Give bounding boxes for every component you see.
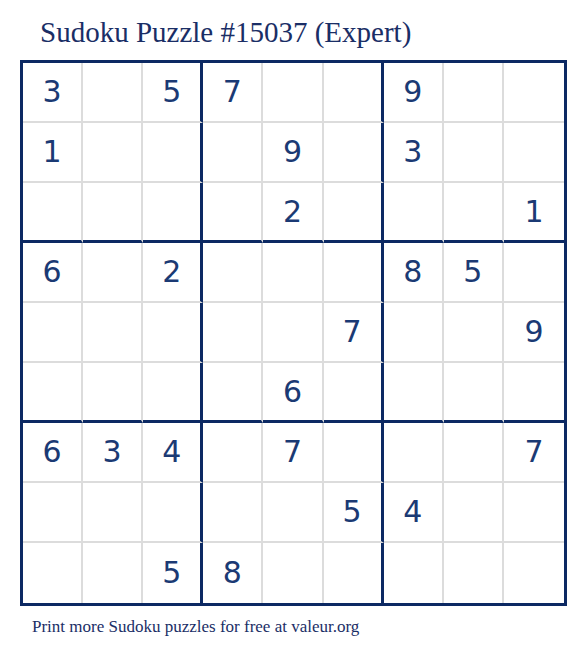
sudoku-cell-r9c3: 5 xyxy=(143,543,203,603)
sudoku-cell-r4c6 xyxy=(324,243,384,303)
sudoku-cell-r1c3: 5 xyxy=(143,63,203,123)
sudoku-cell-r7c2: 3 xyxy=(83,423,143,483)
sudoku-cell-r6c5: 6 xyxy=(263,363,323,423)
sudoku-cell-r4c1: 6 xyxy=(23,243,83,303)
sudoku-cell-r1c2 xyxy=(83,63,143,123)
sudoku-cell-r3c7 xyxy=(384,183,444,243)
sudoku-cell-r4c4 xyxy=(203,243,263,303)
sudoku-cell-r7c9: 7 xyxy=(504,423,564,483)
sudoku-cell-r9c4: 8 xyxy=(203,543,263,603)
sudoku-cell-r7c6 xyxy=(324,423,384,483)
sudoku-cell-r3c6 xyxy=(324,183,384,243)
sudoku-cell-r7c4 xyxy=(203,423,263,483)
sudoku-cell-r7c1: 6 xyxy=(23,423,83,483)
sudoku-cell-r9c9 xyxy=(504,543,564,603)
sudoku-cell-r3c1 xyxy=(23,183,83,243)
sudoku-cell-r7c5: 7 xyxy=(263,423,323,483)
sudoku-cell-r4c2 xyxy=(83,243,143,303)
sudoku-cell-r9c6 xyxy=(324,543,384,603)
sudoku-cell-r4c9 xyxy=(504,243,564,303)
sudoku-cell-r8c8 xyxy=(444,483,504,543)
sudoku-cell-r8c3 xyxy=(143,483,203,543)
sudoku-cell-r5c7 xyxy=(384,303,444,363)
sudoku-cell-r7c8 xyxy=(444,423,504,483)
sudoku-cell-r8c4 xyxy=(203,483,263,543)
sudoku-cell-r2c1: 1 xyxy=(23,123,83,183)
sudoku-cell-r6c8 xyxy=(444,363,504,423)
sudoku-cell-r2c8 xyxy=(444,123,504,183)
sudoku-cell-r5c4 xyxy=(203,303,263,363)
sudoku-cell-r8c6: 5 xyxy=(324,483,384,543)
sudoku-cell-r4c7: 8 xyxy=(384,243,444,303)
sudoku-cell-r1c6 xyxy=(324,63,384,123)
sudoku-cell-r6c7 xyxy=(384,363,444,423)
sudoku-cell-r6c3 xyxy=(143,363,203,423)
sudoku-cell-r3c4 xyxy=(203,183,263,243)
sudoku-cell-r9c2 xyxy=(83,543,143,603)
sudoku-grid: 3579193216285796634775458 xyxy=(20,60,567,606)
sudoku-cell-r4c8: 5 xyxy=(444,243,504,303)
sudoku-cell-r6c4 xyxy=(203,363,263,423)
sudoku-cell-r7c7 xyxy=(384,423,444,483)
sudoku-cell-r5c1 xyxy=(23,303,83,363)
footer-text: Print more Sudoku puzzles for free at va… xyxy=(32,617,359,637)
sudoku-cell-r3c8 xyxy=(444,183,504,243)
sudoku-cell-r8c2 xyxy=(83,483,143,543)
sudoku-cell-r5c9: 9 xyxy=(504,303,564,363)
sudoku-cell-r2c5: 9 xyxy=(263,123,323,183)
sudoku-cell-r9c8 xyxy=(444,543,504,603)
sudoku-cell-r1c1: 3 xyxy=(23,63,83,123)
sudoku-cell-r6c9 xyxy=(504,363,564,423)
sudoku-cell-r8c7: 4 xyxy=(384,483,444,543)
sudoku-cell-r1c5 xyxy=(263,63,323,123)
sudoku-cell-r7c3: 4 xyxy=(143,423,203,483)
sudoku-cell-r5c8 xyxy=(444,303,504,363)
sudoku-cell-r5c2 xyxy=(83,303,143,363)
sudoku-cell-r9c7 xyxy=(384,543,444,603)
sudoku-cell-r4c3: 2 xyxy=(143,243,203,303)
sudoku-cell-r2c6 xyxy=(324,123,384,183)
sudoku-cell-r6c2 xyxy=(83,363,143,423)
sudoku-cell-r4c5 xyxy=(263,243,323,303)
sudoku-cell-r1c7: 9 xyxy=(384,63,444,123)
sudoku-cell-r3c9: 1 xyxy=(504,183,564,243)
sudoku-cell-r3c2 xyxy=(83,183,143,243)
sudoku-cell-r1c9 xyxy=(504,63,564,123)
sudoku-cell-r1c8 xyxy=(444,63,504,123)
sudoku-cell-r2c9 xyxy=(504,123,564,183)
sudoku-cell-r3c5: 2 xyxy=(263,183,323,243)
sudoku-cell-r2c2 xyxy=(83,123,143,183)
sudoku-cell-r2c7: 3 xyxy=(384,123,444,183)
sudoku-cell-r5c5 xyxy=(263,303,323,363)
sudoku-cell-r2c3 xyxy=(143,123,203,183)
sudoku-cell-r9c1 xyxy=(23,543,83,603)
sudoku-cell-r1c4: 7 xyxy=(203,63,263,123)
sudoku-cell-r6c6 xyxy=(324,363,384,423)
sudoku-cell-r5c6: 7 xyxy=(324,303,384,363)
sudoku-cell-r5c3 xyxy=(143,303,203,363)
page-title: Sudoku Puzzle #15037 (Expert) xyxy=(40,16,411,49)
sudoku-cell-r2c4 xyxy=(203,123,263,183)
sudoku-cell-r8c9 xyxy=(504,483,564,543)
sudoku-cell-r8c1 xyxy=(23,483,83,543)
sudoku-cell-r8c5 xyxy=(263,483,323,543)
sudoku-cell-r9c5 xyxy=(263,543,323,603)
sudoku-cell-r6c1 xyxy=(23,363,83,423)
sudoku-cell-r3c3 xyxy=(143,183,203,243)
